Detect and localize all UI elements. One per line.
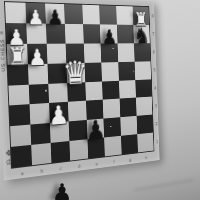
square-g8: [116, 6, 133, 25]
offboard-black-pawn: ♟: [50, 183, 74, 200]
dust-speckle: [128, 95, 129, 96]
square-h5: [135, 61, 151, 80]
knight-glyph: ♞: [134, 30, 150, 45]
square-h3: [136, 97, 152, 116]
pawn-glyph: ♟: [27, 10, 44, 25]
white-rook-h8: ♜: [133, 6, 149, 25]
dust-speckle: [110, 126, 111, 127]
board-grid: ♟♟♜♟♟♞♜♟♛♟♟: [5, 2, 154, 168]
square-g4: [119, 80, 136, 99]
file-label-g: g: [122, 156, 138, 163]
white-pawn-b8: ♟: [25, 3, 45, 24]
black-pawn-c8: ♟: [45, 3, 65, 23]
black-knight-h7: ♞: [133, 25, 149, 43]
dust-speckle: [133, 71, 134, 72]
rook-glyph: ♜: [7, 49, 28, 66]
white-queen-d5: ♛: [66, 63, 85, 83]
square-f2: [104, 117, 121, 137]
file-label-h: h: [138, 154, 154, 161]
square-g3: [120, 98, 137, 118]
dust-speckle: [45, 90, 46, 91]
square-g2: [120, 116, 137, 136]
rank-label-2: 2: [155, 114, 158, 132]
file-label-d: d: [70, 162, 88, 170]
white-pawn-a7: ♟: [6, 23, 27, 44]
square-a2: [10, 125, 31, 147]
square-a3: [9, 105, 30, 127]
square-a4: [8, 84, 29, 106]
rank-label-7: 7: [152, 25, 155, 43]
pawn-glyph: ♟: [46, 11, 63, 26]
square-f3: [103, 99, 120, 119]
rank-label-8: 8: [151, 7, 154, 25]
white-pawn-c3: ♟: [49, 102, 68, 123]
rank-label-6: 6: [152, 43, 155, 61]
white-rook-a6: ♜: [7, 44, 28, 65]
square-a8: [5, 2, 26, 23]
square-e7: [83, 24, 101, 43]
white-pawn-b6: ♟: [27, 43, 47, 63]
queen-glyph: ♛: [62, 61, 88, 85]
square-b4: [29, 83, 49, 104]
square-g7: [117, 25, 134, 44]
square-h2: [137, 115, 153, 134]
square-b3: [29, 103, 49, 124]
square-f4: [102, 80, 120, 100]
rank-label-3: 3: [154, 97, 157, 115]
square-g6: [118, 43, 135, 62]
file-label-e: e: [88, 160, 106, 168]
file-label-c: c: [51, 164, 70, 172]
pawn-glyph: ♟: [28, 50, 47, 66]
square-a1: [11, 145, 32, 168]
pawn-glyph: ♟: [85, 121, 106, 141]
square-d7: [64, 24, 83, 44]
rank-label-1: 1: [156, 132, 159, 150]
pawn-glyph: ♟: [101, 31, 117, 45]
square-h4: [135, 79, 151, 98]
square-d8: [64, 4, 83, 24]
square-c1: [50, 141, 69, 163]
rank-label-4: 4: [154, 79, 157, 97]
black-pawn-e2: ♟: [86, 119, 104, 140]
black-pawn-f7: ♟: [100, 24, 118, 43]
table-seam: [134, 179, 193, 191]
chess-board: US CHESS ® ❖♔ ♟♟♜♟♟♞♜♟♛♟♟ abcdefgh 87654…: [0, 0, 160, 181]
board-brand-text: US CHESS ®: [0, 29, 6, 72]
rank-label-5: 5: [153, 61, 156, 79]
square-f1: [104, 136, 121, 156]
file-label-f: f: [105, 158, 122, 165]
square-b2: [30, 123, 50, 145]
square-g1: [121, 134, 138, 154]
pawn-glyph: ♟: [48, 105, 69, 125]
square-d3: [68, 101, 87, 122]
file-label-a: a: [12, 169, 32, 177]
square-f5: [102, 62, 120, 81]
square-f8: [99, 5, 117, 24]
photo-scene: US CHESS ® ❖♔ ♟♟♜♟♟♞♜♟♛♟♟ abcdefgh 87654…: [0, 0, 200, 200]
file-label-b: b: [32, 167, 52, 175]
square-h1: [137, 133, 153, 153]
